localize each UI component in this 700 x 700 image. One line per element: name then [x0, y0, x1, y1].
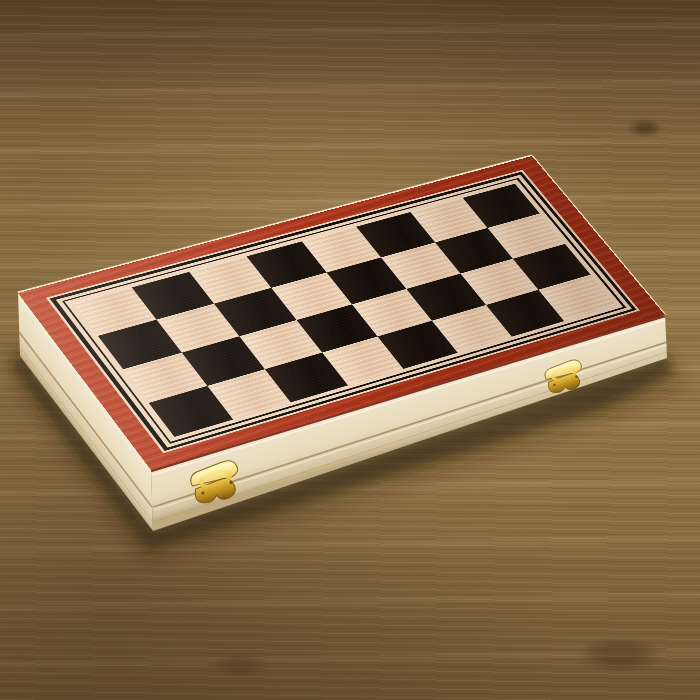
photo-scene [0, 0, 700, 700]
